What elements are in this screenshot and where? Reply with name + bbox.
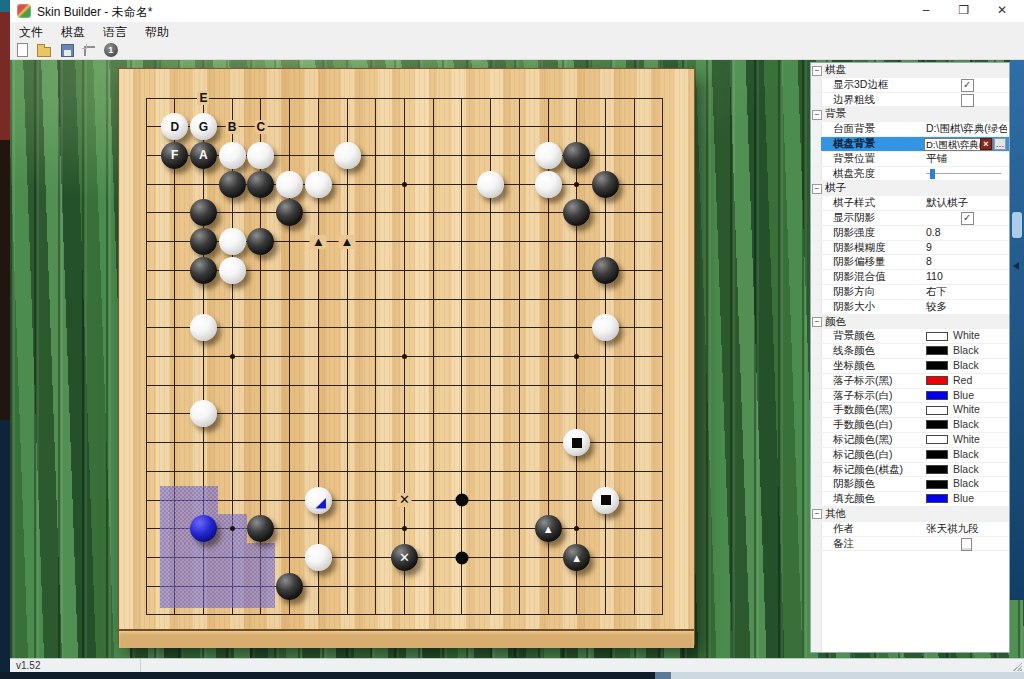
marker-letter-G: G <box>199 120 208 134</box>
marker-letter-B: B <box>226 120 239 134</box>
prop-row-标记颜色(黑)[interactable]: 标记颜色(黑)White <box>811 433 1009 448</box>
grid-line <box>519 98 520 615</box>
grid-line <box>146 413 663 414</box>
prop-label: 备注 <box>833 537 854 551</box>
collapse-icon[interactable]: − <box>812 66 822 76</box>
prop-row-手数颜色(白)[interactable]: 手数颜色(白)Black <box>811 418 1009 433</box>
marker-cross: ✕ <box>397 493 412 507</box>
color-swatch[interactable] <box>926 346 948 355</box>
marker-triangle: ▲ <box>310 235 327 249</box>
stone-white <box>247 142 274 169</box>
slider-track[interactable] <box>926 173 1001 174</box>
group-header-棋盘[interactable]: −棋盘 <box>811 63 1009 78</box>
stone-white <box>190 400 217 427</box>
prop-row-阴影混合值[interactable]: 阴影混合值110 <box>811 270 1009 285</box>
color-name: Black <box>953 448 979 462</box>
prop-label: 显示阴影 <box>833 211 875 225</box>
prop-row-显示阴影[interactable]: 显示阴影 <box>811 211 1009 226</box>
toolbar: 1 <box>10 40 1024 60</box>
stone-black <box>276 573 303 600</box>
collapse-icon[interactable]: − <box>812 110 822 120</box>
prop-row-落子标示(白)[interactable]: 落子标示(白)Blue <box>811 389 1009 404</box>
prop-row-阴影偏移量[interactable]: 阴影偏移量8 <box>811 255 1009 270</box>
stone-white <box>305 544 332 571</box>
color-name: Black <box>953 418 979 432</box>
fill-region <box>160 486 217 515</box>
marker-letter-F: F <box>171 148 178 162</box>
fill-region <box>160 543 275 608</box>
color-name: White <box>953 433 980 447</box>
stone-black <box>592 257 619 284</box>
prop-label: 阴影混合值 <box>833 270 886 284</box>
stone-black <box>276 199 303 226</box>
star-point <box>402 526 407 531</box>
panel-scrollbar[interactable] <box>1010 60 1024 600</box>
group-header-背景[interactable]: −背景 <box>811 107 1009 122</box>
color-name: Blue <box>953 389 974 403</box>
prop-label: 标记颜色(白) <box>833 448 893 462</box>
marker-triangle: ▲ <box>571 552 582 564</box>
checkbox[interactable] <box>961 79 974 92</box>
close-button[interactable]: ✕ <box>986 0 1018 22</box>
color-swatch[interactable] <box>926 406 948 415</box>
app-window: Skin Builder - 未命名* – ❒ ✕ 文件棋盘语言帮助 1 EDG… <box>10 0 1024 672</box>
prop-row-填充颜色[interactable]: 填充颜色Blue <box>811 492 1009 507</box>
stone-black <box>563 199 590 226</box>
stone-white <box>219 257 246 284</box>
prop-row-标记颜色(棋盘)[interactable]: 标记颜色(棋盘)Black <box>811 463 1009 478</box>
star-point <box>402 182 407 187</box>
collapse-icon[interactable]: − <box>812 317 822 327</box>
color-swatch[interactable] <box>926 391 948 400</box>
group-label: 背景 <box>825 107 846 121</box>
prop-value: 较多 <box>926 300 1007 314</box>
menu-bar: 文件棋盘语言帮助 <box>10 22 1024 40</box>
color-swatch[interactable] <box>926 376 948 385</box>
prop-row-标记颜色(白)[interactable]: 标记颜色(白)Black <box>811 448 1009 463</box>
prop-row-显示3D边框[interactable]: 显示3D边框 <box>811 78 1009 93</box>
desktop-background-sliver <box>0 0 10 679</box>
prop-label: 线条颜色 <box>833 344 875 358</box>
prop-label: 落子标示(白) <box>833 389 893 403</box>
stone-black <box>563 142 590 169</box>
prop-label: 背景位置 <box>833 152 875 166</box>
stone-black <box>247 515 274 542</box>
marker-letter-C: C <box>255 120 268 134</box>
color-name: Red <box>953 374 972 388</box>
prop-label: 背景颜色 <box>833 329 875 343</box>
prop-row-背景位置[interactable]: 背景位置平铺 <box>811 152 1009 167</box>
marker-cross: ✕ <box>399 551 410 565</box>
prop-value: 张天祺九段 <box>926 522 1007 536</box>
stone-black <box>219 171 246 198</box>
star-point <box>574 182 579 187</box>
stone-white <box>535 171 562 198</box>
group-label: 其他 <box>825 507 846 521</box>
stone-black <box>190 199 217 226</box>
grid-line <box>146 614 663 615</box>
prop-label: 阴影强度 <box>833 226 875 240</box>
color-name: White <box>953 403 980 417</box>
color-swatch[interactable] <box>926 450 948 459</box>
stone-black <box>190 228 217 255</box>
prop-label: 手数颜色(白) <box>833 418 893 432</box>
maximize-button[interactable]: ❒ <box>948 0 980 22</box>
prop-label: 棋盘背景 <box>833 137 875 151</box>
grid-line <box>433 98 434 615</box>
collapse-icon[interactable]: − <box>812 509 822 519</box>
scrollbar-thumb[interactable] <box>1012 212 1022 238</box>
prop-value: 9 <box>926 241 1007 255</box>
star-point <box>574 354 579 359</box>
stone-white <box>334 142 361 169</box>
prop-value: 右下 <box>926 285 1007 299</box>
stone-white <box>305 171 332 198</box>
stone-white <box>190 314 217 341</box>
group-label: 颜色 <box>825 315 846 329</box>
group-header-颜色[interactable]: −颜色 <box>811 315 1009 330</box>
checkbox[interactable] <box>961 94 974 107</box>
window-title: Skin Builder - 未命名* <box>37 4 152 21</box>
grid-line <box>146 385 663 386</box>
prop-label: 标记颜色(棋盘) <box>833 463 903 477</box>
star-point <box>574 526 579 531</box>
color-swatch[interactable] <box>926 332 948 341</box>
prop-row-阴影颜色[interactable]: 阴影颜色Black <box>811 477 1009 492</box>
open-file-icon[interactable] <box>36 42 52 58</box>
checkbox[interactable] <box>961 212 974 225</box>
new-file-icon[interactable] <box>14 42 30 58</box>
move-number-icon[interactable]: 1 <box>104 43 118 57</box>
color-name: Blue <box>953 492 974 506</box>
stone-white <box>276 171 303 198</box>
prop-label: 手数颜色(黑) <box>833 403 893 417</box>
prop-row-阴影模糊度[interactable]: 阴影模糊度9 <box>811 241 1009 256</box>
color-name: Black <box>953 463 979 477</box>
prop-row-棋盘亮度[interactable]: 棋盘亮度 <box>811 167 1009 182</box>
status-bar: v1.52 <box>10 658 1024 672</box>
stone-white <box>535 142 562 169</box>
prop-row-作者[interactable]: 作者张天祺九段 <box>811 522 1009 537</box>
prop-label: 阴影模糊度 <box>833 241 886 255</box>
board-front-edge <box>119 629 694 648</box>
note-icon[interactable] <box>961 538 972 551</box>
prop-label: 阴影颜色 <box>833 477 875 491</box>
prop-label: 阴影方向 <box>833 285 875 299</box>
color-name: White <box>953 329 980 343</box>
prop-label: 边界粗线 <box>833 93 875 107</box>
marker-triangle: ▲ <box>339 235 356 249</box>
coordinates-icon[interactable] <box>81 42 97 58</box>
stone-white <box>592 314 619 341</box>
marker-square <box>601 495 611 505</box>
prop-label: 填充颜色 <box>833 492 875 506</box>
save-file-icon[interactable] <box>59 42 75 58</box>
prop-label: 显示3D边框 <box>833 78 888 92</box>
title-bar: Skin Builder - 未命名* – ❒ ✕ <box>10 0 1024 23</box>
stone-white <box>305 487 332 514</box>
prop-label: 棋盘亮度 <box>833 167 875 181</box>
prop-row-棋子样式[interactable]: 棋子样式默认棋子 <box>811 196 1009 211</box>
property-grid: −棋盘显示3D边框边界粗线−背景台面背景D:\围棋\弈典(绿色版)\Ston棋盘… <box>810 62 1010 653</box>
star-point <box>230 354 235 359</box>
star-point <box>230 526 235 531</box>
prop-row-边界粗线[interactable]: 边界粗线 <box>811 93 1009 108</box>
prop-value: 默认棋子 <box>926 196 1007 210</box>
prop-value: 0.8 <box>926 226 1007 240</box>
group-header-棋子[interactable]: −棋子 <box>811 181 1009 196</box>
resize-grip[interactable] <box>1012 661 1022 671</box>
group-label: 棋子 <box>825 181 846 195</box>
marker-triangle: ▲ <box>543 523 554 535</box>
color-name: Black <box>953 359 979 373</box>
marker-square <box>572 438 582 448</box>
color-swatch[interactable] <box>926 465 948 474</box>
prop-row-背景颜色[interactable]: 背景颜色White <box>811 329 1009 344</box>
prop-value: 8 <box>926 255 1007 269</box>
marker-letter-E: E <box>197 91 209 105</box>
prop-value: 110 <box>926 270 1007 284</box>
prop-row-坐标颜色[interactable]: 坐标颜色Black <box>811 359 1009 374</box>
marker-letter-D: D <box>170 120 179 134</box>
star-point <box>402 354 407 359</box>
prop-row-手数颜色(黑)[interactable]: 手数颜色(黑)White <box>811 403 1009 418</box>
color-name: Black <box>953 477 979 491</box>
prop-label: 落子标示(黑) <box>833 374 893 388</box>
prop-row-阴影方向[interactable]: 阴影方向右下 <box>811 285 1009 300</box>
color-swatch[interactable] <box>926 361 948 370</box>
prop-label: 阴影偏移量 <box>833 255 886 269</box>
marker-dot <box>455 494 468 507</box>
minimize-button[interactable]: – <box>910 0 942 22</box>
prop-label: 台面背景 <box>833 122 875 136</box>
stone-black <box>592 171 619 198</box>
prop-value: 平铺 <box>926 152 1007 166</box>
browse-button[interactable]: … <box>994 138 1006 150</box>
marker-letter-A: A <box>199 148 208 162</box>
collapse-icon[interactable]: − <box>812 184 822 194</box>
prop-label: 棋子样式 <box>833 196 875 210</box>
version-label: v1.52 <box>16 659 40 672</box>
prop-row-台面背景[interactable]: 台面背景D:\围棋\弈典(绿色版)\Ston <box>811 122 1009 137</box>
scrollbar-arrow-icon[interactable] <box>1013 262 1019 270</box>
group-header-其他[interactable]: −其他 <box>811 507 1009 522</box>
stone-black <box>247 228 274 255</box>
prop-row-棋盘背景[interactable]: 棋盘背景D:\围棋\弈典(绿色版×… <box>811 137 1009 152</box>
prop-row-备注[interactable]: 备注 <box>811 537 1009 552</box>
screen: Skin Builder - 未命名* – ❒ ✕ 文件棋盘语言帮助 1 EDG… <box>0 0 1024 679</box>
color-swatch[interactable] <box>926 494 948 503</box>
prop-row-落子标示(黑)[interactable]: 落子标示(黑)Red <box>811 374 1009 389</box>
color-swatch[interactable] <box>926 420 948 429</box>
prop-row-阴影强度[interactable]: 阴影强度0.8 <box>811 226 1009 241</box>
grid-line <box>634 98 635 615</box>
app-icon <box>17 4 31 18</box>
color-swatch[interactable] <box>926 435 948 444</box>
group-label: 棋盘 <box>825 63 846 77</box>
color-name: Black <box>953 344 979 358</box>
taskbar-edge <box>0 672 1024 679</box>
prop-label: 作者 <box>833 522 854 536</box>
grid-line <box>146 471 663 472</box>
stone-black <box>190 257 217 284</box>
prop-row-阴影大小[interactable]: 阴影大小较多 <box>811 300 1009 315</box>
prop-label: 坐标颜色 <box>833 359 875 373</box>
grid-line <box>461 98 462 615</box>
go-board[interactable]: EDGBCFA▲▲✕▲✕▲ <box>118 68 695 645</box>
stone-white <box>219 228 246 255</box>
stone-white <box>219 142 246 169</box>
grid-line <box>662 98 663 615</box>
slider-thumb[interactable] <box>930 169 935 179</box>
prop-value: D:\围棋\弈典(绿色版)\Ston <box>926 122 1007 136</box>
clear-button[interactable]: × <box>980 138 992 150</box>
prop-label: 标记颜色(黑) <box>833 433 893 447</box>
color-swatch[interactable] <box>926 480 948 489</box>
prop-row-线条颜色[interactable]: 线条颜色Black <box>811 344 1009 359</box>
marker-dot <box>455 551 468 564</box>
stone-black <box>247 171 274 198</box>
prop-label: 阴影大小 <box>833 300 875 314</box>
stone-white <box>477 171 504 198</box>
